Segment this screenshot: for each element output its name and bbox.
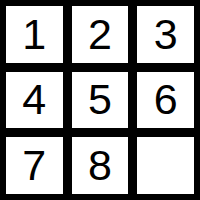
tile-3[interactable]: 3 xyxy=(137,6,194,63)
tile-1[interactable]: 1 xyxy=(6,6,63,63)
tile-7[interactable]: 7 xyxy=(6,137,63,194)
tile-2[interactable]: 2 xyxy=(72,6,129,63)
tile-6[interactable]: 6 xyxy=(137,72,194,129)
tile-8[interactable]: 8 xyxy=(72,137,129,194)
tile-5[interactable]: 5 xyxy=(72,72,129,129)
tile-4[interactable]: 4 xyxy=(6,72,63,129)
empty-cell xyxy=(137,137,194,194)
puzzle-board: 1 2 3 4 5 6 7 8 xyxy=(0,0,200,200)
